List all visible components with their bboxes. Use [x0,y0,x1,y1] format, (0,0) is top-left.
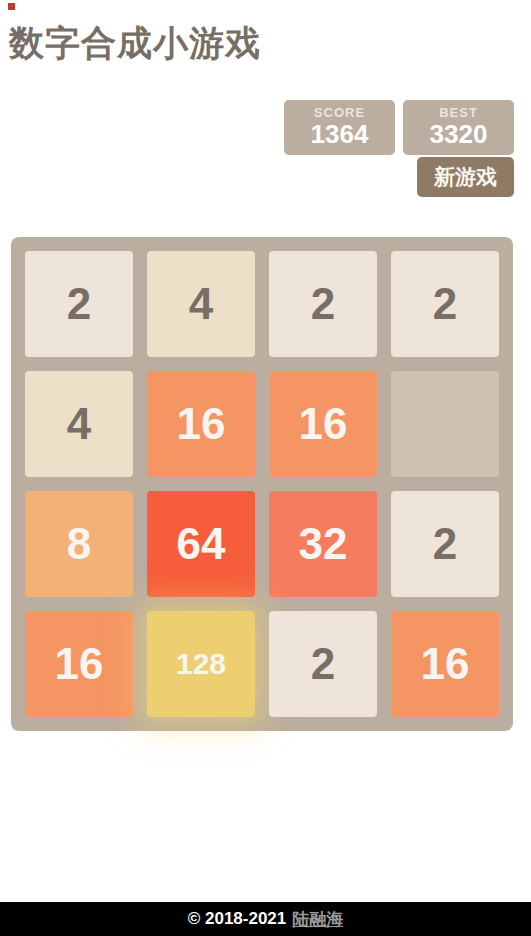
tile-128: 128 [147,611,255,717]
empty-cell [391,371,499,477]
tile-16: 16 [269,371,377,477]
page-title: 数字合成小游戏 [9,20,261,67]
best-label: BEST [439,106,478,120]
score-box: SCORE 1364 [284,100,395,155]
tile-2: 2 [25,251,133,357]
score-label: SCORE [314,106,365,120]
tile-8: 8 [25,491,133,597]
new-game-button[interactable]: 新游戏 [417,157,514,197]
tile-2: 2 [269,251,377,357]
board: 24224161686432216128216 [11,237,513,731]
tile-2: 2 [391,491,499,597]
best-value: 3320 [430,120,488,149]
tile-64: 64 [147,491,255,597]
tile-32: 32 [269,491,377,597]
footer: © 2018-2021 陆融海 [0,902,531,936]
tile-16: 16 [147,371,255,477]
tile-2: 2 [269,611,377,717]
best-box: BEST 3320 [403,100,514,155]
tile-16: 16 [25,611,133,717]
scoreboard: SCORE 1364 BEST 3320 [284,100,514,155]
author-link[interactable]: 陆融海 [292,908,343,931]
copyright-text: © 2018-2021 [188,909,287,929]
tile-4: 4 [25,371,133,477]
tile-4: 4 [147,251,255,357]
tile-2: 2 [391,251,499,357]
tile-16: 16 [391,611,499,717]
score-value: 1364 [311,120,369,149]
red-square-marker [8,3,15,10]
